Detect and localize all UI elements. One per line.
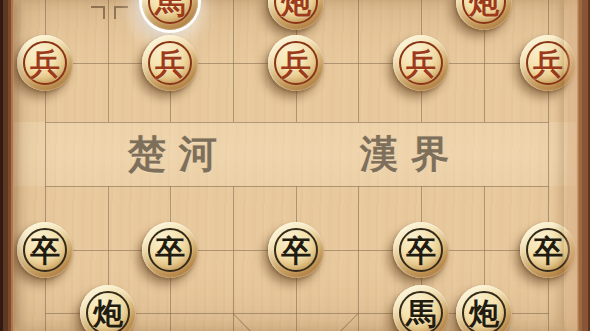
point-marker-bracket: [91, 6, 105, 19]
piece-glyph: 馬: [406, 298, 436, 329]
piece-red-cannon-file8[interactable]: 炮: [456, 0, 512, 30]
xiangqi-board[interactable]: 楚河 漢界 馬炮炮兵兵兵兵兵卒卒卒卒卒炮馬炮: [0, 0, 590, 331]
river-label-chuhe: 楚河: [128, 135, 230, 173]
piece-ring: 炮: [462, 0, 506, 24]
piece-glyph: 兵: [30, 48, 60, 79]
board-frame-right: [564, 0, 590, 331]
grid-line-file-6: [358, 0, 359, 122]
piece-black-soldier-file7[interactable]: 卒: [393, 222, 449, 278]
piece-ring: 卒: [23, 228, 67, 272]
piece-glyph: 炮: [469, 298, 499, 329]
piece-glyph: 卒: [406, 235, 436, 266]
grid-line-file-4: [233, 0, 234, 122]
grid-line-river-edge: [548, 122, 549, 186]
piece-glyph: 卒: [30, 235, 60, 266]
piece-black-cannon-file2[interactable]: 炮: [80, 285, 136, 331]
piece-glyph: 炮: [93, 298, 123, 329]
piece-black-soldier-file3[interactable]: 卒: [142, 222, 198, 278]
piece-glyph: 卒: [281, 235, 311, 266]
piece-ring: 炮: [274, 0, 318, 24]
piece-ring: 兵: [23, 41, 67, 85]
grid-line-file-6: [358, 186, 359, 331]
piece-ring: 卒: [274, 228, 318, 272]
piece-ring: 炮: [86, 291, 130, 331]
piece-glyph: 馬: [155, 0, 185, 18]
river-label-hanjie: 漢界: [360, 135, 462, 173]
piece-red-horse-file3[interactable]: 馬: [142, 0, 198, 30]
grid-line-file-2: [108, 0, 109, 122]
piece-glyph: 兵: [533, 48, 563, 79]
grid-line-river-edge: [45, 122, 46, 186]
piece-ring: 卒: [399, 228, 443, 272]
piece-ring: 兵: [274, 41, 318, 85]
board-frame-left: [0, 0, 14, 331]
piece-glyph: 卒: [155, 235, 185, 266]
piece-glyph: 卒: [533, 235, 563, 266]
grid-line-rank-2: [45, 186, 549, 187]
piece-glyph: 兵: [281, 48, 311, 79]
piece-glyph: 兵: [406, 48, 436, 79]
piece-black-soldier-file1[interactable]: 卒: [17, 222, 73, 278]
piece-red-cannon-file5[interactable]: 炮: [268, 0, 324, 30]
piece-ring: 馬: [399, 291, 443, 331]
piece-ring: 馬: [148, 0, 192, 24]
piece-ring: 卒: [148, 228, 192, 272]
piece-ring: 兵: [399, 41, 443, 85]
grid-line-rank-1: [45, 122, 549, 123]
piece-black-soldier-file5[interactable]: 卒: [268, 222, 324, 278]
piece-glyph: 炮: [469, 0, 499, 18]
palace-diagonal: [233, 313, 298, 331]
piece-red-soldier-file3[interactable]: 兵: [142, 35, 198, 91]
grid-line-file-4: [233, 186, 234, 331]
palace-diagonal: [293, 313, 358, 331]
piece-red-soldier-file5[interactable]: 兵: [268, 35, 324, 91]
piece-black-cannon-file8[interactable]: 炮: [456, 285, 512, 331]
piece-glyph: 兵: [155, 48, 185, 79]
point-marker-bracket: [114, 6, 128, 19]
piece-black-horse-file7[interactable]: 馬: [393, 285, 449, 331]
piece-ring: 兵: [148, 41, 192, 85]
piece-glyph: 炮: [281, 0, 311, 18]
piece-red-soldier-file7[interactable]: 兵: [393, 35, 449, 91]
river-area: [14, 122, 576, 186]
piece-red-soldier-file1[interactable]: 兵: [17, 35, 73, 91]
piece-ring: 炮: [462, 291, 506, 331]
